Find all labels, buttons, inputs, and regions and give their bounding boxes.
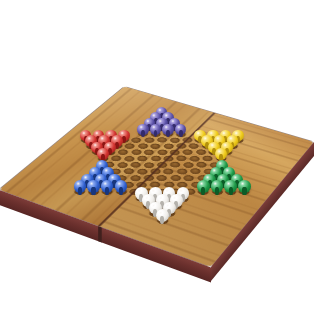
- marble-blue[interactable]: [87, 180, 99, 192]
- marble-purple[interactable]: [162, 124, 173, 135]
- marble-white[interactable]: [156, 209, 169, 222]
- marble-yellow[interactable]: [215, 148, 227, 160]
- marble-green[interactable]: [238, 180, 250, 192]
- marble-green[interactable]: [211, 180, 223, 192]
- marble-blue[interactable]: [115, 180, 127, 192]
- marble-green[interactable]: [224, 180, 236, 192]
- marble-purple[interactable]: [137, 124, 148, 135]
- marble-blue[interactable]: [74, 180, 86, 192]
- marble-red[interactable]: [97, 148, 109, 160]
- marble-green[interactable]: [197, 180, 209, 192]
- pieces-overlay: [0, 0, 318, 318]
- product-photo: [0, 0, 318, 318]
